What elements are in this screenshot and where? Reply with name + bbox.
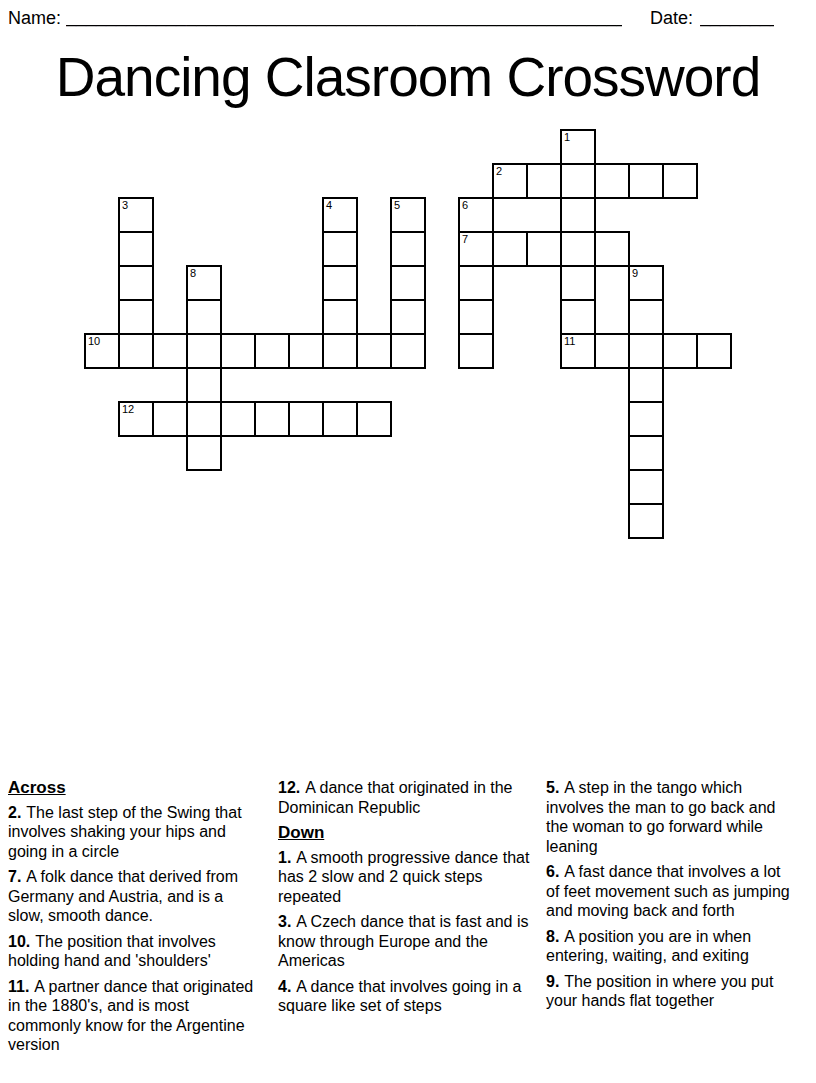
clue-number: 9 xyxy=(632,267,638,280)
grid-cell[interactable] xyxy=(186,299,222,335)
grid-cell[interactable] xyxy=(628,469,664,505)
clue-number: 4 xyxy=(326,199,332,212)
clue-12: 12.A dance that originated in the Domini… xyxy=(278,778,530,817)
clue-number: 7 xyxy=(462,233,468,246)
clue-number-label: 8. xyxy=(546,928,559,945)
grid-cell[interactable]: 5 xyxy=(390,197,426,233)
clue-2: 2.The last step of the Swing that involv… xyxy=(8,803,260,862)
name-label: Name: xyxy=(8,8,61,29)
grid-cell[interactable] xyxy=(526,231,562,267)
grid-cell[interactable] xyxy=(526,163,562,199)
clue-number: 8 xyxy=(190,267,196,280)
grid-cell[interactable] xyxy=(186,333,222,369)
grid-cell[interactable]: 12 xyxy=(118,401,154,437)
grid-cell[interactable] xyxy=(288,401,324,437)
clue-text: The last step of the Swing that involves… xyxy=(8,804,242,860)
grid-cell[interactable] xyxy=(458,299,494,335)
clue-text: A folk dance that derived from Germany a… xyxy=(8,868,238,924)
grid-cell[interactable] xyxy=(322,299,358,335)
clue-number-label: 9. xyxy=(546,973,559,990)
grid-cell[interactable] xyxy=(628,401,664,437)
grid-cell[interactable] xyxy=(628,163,664,199)
grid-cell[interactable] xyxy=(594,231,630,267)
grid-cell[interactable] xyxy=(390,231,426,267)
grid-cell[interactable] xyxy=(560,231,596,267)
clue-6: 6.A fast dance that involves a lot of fe… xyxy=(546,862,798,921)
grid-cell[interactable] xyxy=(560,197,596,233)
clue-number-label: 3. xyxy=(278,913,291,930)
grid-cell[interactable] xyxy=(628,299,664,335)
grid-cell[interactable] xyxy=(322,265,358,301)
grid-cell[interactable]: 9 xyxy=(628,265,664,301)
grid-cell[interactable] xyxy=(628,503,664,539)
clue-7: 7.A folk dance that derived from Germany… xyxy=(8,867,260,926)
grid-cell[interactable] xyxy=(356,401,392,437)
grid-cell[interactable] xyxy=(390,265,426,301)
grid-cell[interactable] xyxy=(492,231,528,267)
clue-number-label: 2. xyxy=(8,804,21,821)
clue-number-label: 12. xyxy=(278,779,300,796)
grid-cell[interactable] xyxy=(458,265,494,301)
clue-text: A Czech dance that is fast and is know t… xyxy=(278,913,528,969)
crossword-grid: 123456789101112 xyxy=(85,130,735,542)
grid-cell[interactable] xyxy=(662,163,698,199)
clue-text: A position you are in when entering, wai… xyxy=(546,928,751,965)
grid-cell[interactable] xyxy=(220,401,256,437)
grid-cell[interactable]: 11 xyxy=(560,333,596,369)
grid-cell[interactable] xyxy=(628,435,664,471)
grid-cell[interactable] xyxy=(560,163,596,199)
clue-number-label: 7. xyxy=(8,868,21,885)
page-title: Dancing Clasroom Crossword xyxy=(0,44,816,110)
clue-text: A dance that involves going in a square … xyxy=(278,978,521,1015)
grid-cell[interactable] xyxy=(594,333,630,369)
grid-cell[interactable] xyxy=(390,333,426,369)
clue-text: The position in where you put your hands… xyxy=(546,973,773,1010)
grid-cell[interactable] xyxy=(356,333,392,369)
grid-cell[interactable] xyxy=(322,333,358,369)
grid-cell[interactable] xyxy=(118,265,154,301)
grid-cell[interactable] xyxy=(458,333,494,369)
clue-number: 11 xyxy=(564,335,575,348)
clue-number: 2 xyxy=(496,165,502,178)
grid-cell[interactable] xyxy=(254,333,290,369)
clue-text: A smooth progressive dance that has 2 sl… xyxy=(278,849,529,905)
grid-cell[interactable]: 2 xyxy=(492,163,528,199)
grid-cell[interactable] xyxy=(628,333,664,369)
clue-9: 9.The position in where you put your han… xyxy=(546,972,798,1011)
grid-cell[interactable] xyxy=(322,231,358,267)
clue-number-label: 4. xyxy=(278,978,291,995)
grid-cell[interactable] xyxy=(594,163,630,199)
clue-4: 4.A dance that involves going in a squar… xyxy=(278,977,530,1016)
grid-cell[interactable] xyxy=(186,401,222,437)
grid-cell[interactable]: 10 xyxy=(84,333,120,369)
clue-number-label: 11. xyxy=(8,978,29,995)
grid-cell[interactable] xyxy=(186,367,222,403)
grid-cell[interactable]: 4 xyxy=(322,197,358,233)
clue-number: 12 xyxy=(122,403,134,416)
clue-number-label: 1. xyxy=(278,849,291,866)
grid-cell[interactable]: 1 xyxy=(560,129,596,165)
clue-8: 8.A position you are in when entering, w… xyxy=(546,927,798,966)
clues-column-2: 12.A dance that originated in the Domini… xyxy=(278,778,530,1022)
clues-column-1: Across2.The last step of the Swing that … xyxy=(8,778,260,1061)
date-label: Date: xyxy=(650,8,693,29)
clue-3: 3.A Czech dance that is fast and is know… xyxy=(278,912,530,971)
clue-10: 10.The position that involves holding ha… xyxy=(8,932,260,971)
clue-number: 3 xyxy=(122,199,128,212)
clue-11: 11.A partner dance that originated in th… xyxy=(8,977,260,1055)
grid-cell[interactable] xyxy=(254,401,290,437)
clue-text: A fast dance that involves a lot of feet… xyxy=(546,863,790,919)
clue-number: 1 xyxy=(564,131,570,144)
grid-cell[interactable] xyxy=(118,299,154,335)
clue-text: A dance that originated in the Dominican… xyxy=(278,779,513,816)
grid-cell[interactable]: 6 xyxy=(458,197,494,233)
clue-text: The position that involves holding hand … xyxy=(8,933,216,970)
clues-heading-across: Across xyxy=(8,778,260,798)
clue-number: 6 xyxy=(462,199,468,212)
grid-cell[interactable] xyxy=(560,299,596,335)
clue-1: 1.A smooth progressive dance that has 2 … xyxy=(278,848,530,907)
clue-text: A partner dance that originated in the 1… xyxy=(8,978,253,1054)
clue-number: 10 xyxy=(88,335,100,348)
clues-column-3: 5.A step in the tango which involves the… xyxy=(546,778,798,1017)
clue-number-label: 10. xyxy=(8,933,30,950)
grid-cell[interactable]: 3 xyxy=(118,197,154,233)
grid-cell[interactable] xyxy=(152,333,188,369)
grid-cell[interactable] xyxy=(662,333,698,369)
grid-cell[interactable] xyxy=(186,435,222,471)
grid-cell[interactable] xyxy=(628,367,664,403)
grid-cell[interactable]: 8 xyxy=(186,265,222,301)
clue-5: 5.A step in the tango which involves the… xyxy=(546,778,798,856)
grid-cell[interactable]: 7 xyxy=(458,231,494,267)
grid-cell[interactable] xyxy=(220,333,256,369)
grid-cell[interactable] xyxy=(118,333,154,369)
clue-number-label: 6. xyxy=(546,863,559,880)
grid-cell[interactable] xyxy=(696,333,732,369)
clue-number: 5 xyxy=(394,199,400,212)
grid-cell[interactable] xyxy=(560,265,596,301)
clue-text: A step in the tango which involves the m… xyxy=(546,779,775,855)
grid-cell[interactable] xyxy=(152,401,188,437)
name-blank-line[interactable]: ________________________________________… xyxy=(66,6,622,27)
grid-cell[interactable] xyxy=(390,299,426,335)
grid-cell[interactable] xyxy=(288,333,324,369)
clue-number-label: 5. xyxy=(546,779,559,796)
clues-heading-down: Down xyxy=(278,823,530,843)
date-blank-line[interactable]: __________ xyxy=(700,6,774,27)
grid-cell[interactable] xyxy=(118,231,154,267)
grid-cell[interactable] xyxy=(322,401,358,437)
